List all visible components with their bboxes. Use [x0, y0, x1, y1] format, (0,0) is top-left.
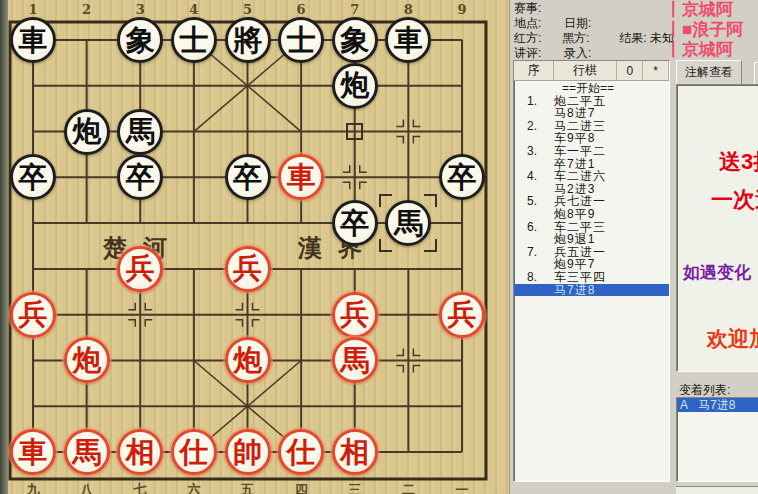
black-piece-將[interactable]: 將 [225, 17, 271, 63]
xiangqi-app-window: { "game": "xiangqi", "position": { "fen"… [0, 0, 758, 494]
black-piece-馬[interactable]: 馬 [117, 109, 163, 155]
move-row[interactable]: ==开始== [514, 82, 669, 95]
file-label-bottom: 七 [130, 481, 150, 494]
result-label: 结果: [619, 31, 646, 46]
red-piece-仕[interactable]: 仕 [171, 429, 217, 475]
file-label-top: 9 [452, 2, 472, 17]
red-piece-兵[interactable]: 兵 [117, 246, 163, 292]
move-row[interactable]: 马8进7 [514, 107, 669, 120]
xiangqi-board[interactable]: 123456789九八七六五四三二一 楚河 漢界 車象士將士象車炮炮馬卒卒卒卒卒… [0, 0, 509, 494]
move-list-rows: ==开始==1.炮二平五马8进72.马二进三车9平83.车一平二卒7进14.车二… [514, 82, 669, 481]
move-row[interactable]: 炮8平9 [514, 208, 669, 221]
red-piece-帥[interactable]: 帥 [225, 429, 271, 475]
annotation-ad-text: 一次送 [711, 185, 758, 215]
file-label-top: 6 [291, 2, 311, 17]
red-piece-車[interactable]: 車 [10, 429, 56, 475]
last-move-to-marker [379, 194, 437, 252]
move-number: 8. [514, 271, 540, 284]
red-piece-兵[interactable]: 兵 [225, 246, 271, 292]
move-row[interactable]: 4.车二进六 [514, 170, 669, 183]
variation-move: 马7进8 [698, 398, 735, 412]
black-piece-卒[interactable]: 卒 [10, 154, 56, 200]
red-piece-馬[interactable]: 馬 [64, 429, 110, 475]
red-piece-兵[interactable]: 兵 [439, 292, 485, 338]
game-info-panel: 赛事: 地点: 日期: 红方: 黑方: 结果: 未知 讲评: 录入: 丨京城阿丨… [509, 0, 758, 494]
file-label-top: 1 [23, 2, 43, 17]
black-piece-象[interactable]: 象 [332, 17, 378, 63]
tab-annotation-view[interactable]: 注解查看 [676, 60, 742, 84]
black-piece-象[interactable]: 象 [117, 17, 163, 63]
date-label: 日期: [564, 16, 624, 31]
watermark-line: 丨京城阿 [665, 0, 758, 20]
move-row[interactable]: 3.车一平二 [514, 145, 669, 158]
red-piece-兵[interactable]: 兵 [10, 292, 56, 338]
move-row-selected[interactable]: 马7进8 [514, 284, 669, 297]
file-label-bottom: 一 [452, 481, 472, 494]
file-label-top: 3 [130, 2, 150, 17]
move-number: 3. [514, 145, 540, 158]
file-label-top: 7 [345, 2, 365, 17]
file-label-top: 2 [77, 2, 97, 17]
file-label-top: 4 [184, 2, 204, 17]
black-piece-炮[interactable]: 炮 [332, 63, 378, 109]
move-text: 马7进8 [540, 284, 595, 297]
move-text: 马8进7 [540, 107, 595, 120]
file-label-bottom: 九 [23, 481, 43, 494]
review-label: 讲评: [514, 46, 564, 61]
black-piece-炮[interactable]: 炮 [64, 109, 110, 155]
move-list: 序 行棋 0 * ==开始==1.炮二平五马8进72.马二进三车9平83.车一平… [513, 60, 670, 482]
red-piece-炮[interactable]: 炮 [225, 337, 271, 383]
black-piece-士[interactable]: 士 [171, 17, 217, 63]
file-label-bottom: 四 [291, 481, 311, 494]
red-piece-兵[interactable]: 兵 [332, 292, 378, 338]
move-list-col-moves: 行棋 [554, 61, 618, 80]
move-number: 7. [514, 246, 540, 259]
move-number [514, 208, 540, 221]
move-text: 车一平二 [540, 145, 606, 158]
move-list-col-number: 序 [514, 61, 554, 80]
file-label-top: 8 [398, 2, 418, 17]
file-label-top: 5 [238, 2, 258, 17]
move-number: 4. [514, 170, 540, 183]
black-piece-卒[interactable]: 卒 [439, 154, 485, 200]
annotation-ad-text: 欢迎加入 [707, 325, 758, 353]
move-row[interactable]: 8.车三平四 [514, 271, 669, 284]
entry-label: 录入: [564, 46, 624, 61]
black-piece-卒[interactable]: 卒 [332, 200, 378, 246]
move-number [514, 284, 540, 297]
watermark-line: 丨京城阿 [665, 40, 758, 60]
bracket-corner [379, 194, 392, 207]
tab-edit[interactable]: 编辑 [754, 62, 758, 84]
move-text: 炮9退1 [540, 233, 595, 246]
bottom-status-bar [676, 486, 758, 494]
variation-key: A [680, 398, 698, 412]
annotation-ad-text: 送3把 [719, 147, 758, 177]
red-piece-仕[interactable]: 仕 [278, 429, 324, 475]
annotation-pane: 送3把一次送如遇变化，另欢迎加入 [676, 84, 758, 372]
variation-row[interactable]: A马7进8 [677, 398, 758, 412]
watermark-text: 丨京城阿丨■浪子阿丨京城阿 [665, 0, 758, 60]
bracket-corner [424, 194, 437, 207]
black-player-label: 黑方: [562, 31, 619, 46]
black-piece-卒[interactable]: 卒 [225, 154, 271, 200]
move-list-col-star: * [643, 61, 669, 80]
file-label-bottom: 八 [77, 481, 97, 494]
move-row[interactable]: 炮9退1 [514, 233, 669, 246]
move-number [514, 233, 540, 246]
watermark-line: 丨■浪子阿 [665, 20, 758, 40]
location-label: 地点: [514, 16, 564, 31]
event-label: 赛事: [514, 1, 564, 16]
window-left-edge [0, 0, 8, 494]
move-text: 车三平四 [540, 271, 606, 284]
move-text: ==开始== [540, 82, 614, 95]
red-piece-相[interactable]: 相 [332, 429, 378, 475]
red-player-label: 红方: [514, 31, 562, 46]
black-piece-士[interactable]: 士 [278, 17, 324, 63]
red-piece-馬[interactable]: 馬 [332, 337, 378, 383]
bracket-corner [424, 239, 437, 252]
move-text: 车二进六 [540, 170, 606, 183]
game-info-header: 赛事: 地点: 日期: 红方: 黑方: 结果: 未知 讲评: 录入: [514, 1, 674, 61]
move-list-header: 序 行棋 0 * [514, 61, 669, 81]
black-piece-車[interactable]: 車 [10, 17, 56, 63]
move-number: 5. [514, 195, 540, 208]
file-label-bottom: 五 [238, 481, 258, 494]
move-number: 6. [514, 221, 540, 234]
move-text: 炮8平9 [540, 208, 595, 221]
move-number: 2. [514, 120, 540, 133]
bracket-corner [379, 239, 392, 252]
red-piece-相[interactable]: 相 [117, 429, 163, 475]
move-number: 1. [514, 95, 540, 108]
variation-list: A马7进8 [676, 397, 758, 482]
annotation-tabs: 注解查看 编辑 [676, 60, 758, 84]
file-label-bottom: 二 [398, 481, 418, 494]
annotation-ad-text: 如遇变化，另 [683, 261, 758, 284]
file-label-bottom: 六 [184, 481, 204, 494]
file-label-bottom: 三 [345, 481, 365, 494]
red-piece-炮[interactable]: 炮 [64, 337, 110, 383]
last-move-from-marker [346, 123, 363, 140]
move-number [514, 82, 540, 95]
move-list-col-0: 0 [617, 61, 643, 80]
move-number [514, 107, 540, 120]
